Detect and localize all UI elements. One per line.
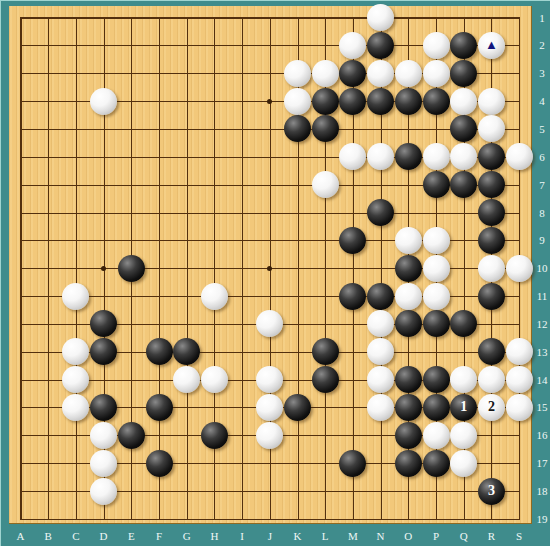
white-stone-Q4 xyxy=(450,88,477,115)
white-stone-P2 xyxy=(423,32,450,59)
row-label-14: 14 xyxy=(533,373,550,387)
white-stone-Q17 xyxy=(450,450,477,477)
white-stone-P11 xyxy=(423,283,450,310)
black-stone-L13 xyxy=(312,338,339,365)
black-stone-O12 xyxy=(395,310,422,337)
black-stone-R13 xyxy=(478,338,505,365)
column-label-Q: Q xyxy=(455,529,473,543)
row-label-12: 12 xyxy=(533,317,550,331)
black-stone-H16 xyxy=(201,422,228,449)
white-stone-R10 xyxy=(478,255,505,282)
column-label-A: A xyxy=(12,529,30,543)
black-stone-R18 xyxy=(478,478,505,505)
column-label-I: I xyxy=(233,529,251,543)
row-label-2: 2 xyxy=(533,38,550,52)
black-stone-O15 xyxy=(395,394,422,421)
black-stone-K15 xyxy=(284,394,311,421)
black-stone-P17 xyxy=(423,450,450,477)
row-label-1: 1 xyxy=(533,11,550,25)
goban: ▲123 xyxy=(9,6,532,524)
column-label-M: M xyxy=(344,529,362,543)
white-stone-D18 xyxy=(90,478,117,505)
column-label-P: P xyxy=(427,529,445,543)
black-stone-N2 xyxy=(367,32,394,59)
column-label-S: S xyxy=(510,529,528,543)
black-stone-D15 xyxy=(90,394,117,421)
row-label-6: 6 xyxy=(533,150,550,164)
black-stone-R11 xyxy=(478,283,505,310)
black-stone-Q3 xyxy=(450,60,477,87)
row-label-18: 18 xyxy=(533,484,550,498)
star-point xyxy=(101,266,106,271)
black-stone-M3 xyxy=(339,60,366,87)
white-stone-R15 xyxy=(478,394,505,421)
column-label-H: H xyxy=(205,529,223,543)
white-stone-J15 xyxy=(256,394,283,421)
white-stone-J16 xyxy=(256,422,283,449)
column-label-J: J xyxy=(261,529,279,543)
white-stone-O9 xyxy=(395,227,422,254)
black-stone-N11 xyxy=(367,283,394,310)
black-stone-Q15 xyxy=(450,394,477,421)
column-label-O: O xyxy=(399,529,417,543)
row-label-9: 9 xyxy=(533,233,550,247)
column-label-F: F xyxy=(150,529,168,543)
white-stone-R4 xyxy=(478,88,505,115)
row-label-4: 4 xyxy=(533,94,550,108)
white-stone-N1 xyxy=(367,4,394,31)
black-stone-O4 xyxy=(395,88,422,115)
go-diagram-window: ▲123 ABCDEFGHIJKLMNOPQRS 123456789101112… xyxy=(0,0,550,546)
black-stone-R7 xyxy=(478,171,505,198)
column-label-C: C xyxy=(67,529,85,543)
column-label-N: N xyxy=(372,529,390,543)
row-label-15: 15 xyxy=(533,400,550,414)
white-stone-L7 xyxy=(312,171,339,198)
row-label-11: 11 xyxy=(533,289,550,303)
black-stone-O16 xyxy=(395,422,422,449)
white-stone-R14 xyxy=(478,366,505,393)
black-stone-F13 xyxy=(146,338,173,365)
row-label-5: 5 xyxy=(533,122,550,136)
row-label-17: 17 xyxy=(533,456,550,470)
black-stone-P12 xyxy=(423,310,450,337)
white-stone-D16 xyxy=(90,422,117,449)
black-stone-P7 xyxy=(423,171,450,198)
black-stone-M11 xyxy=(339,283,366,310)
row-label-3: 3 xyxy=(533,66,550,80)
white-stone-N14 xyxy=(367,366,394,393)
black-stone-O14 xyxy=(395,366,422,393)
white-stone-S10 xyxy=(506,255,533,282)
white-stone-N15 xyxy=(367,394,394,421)
star-point xyxy=(267,266,272,271)
black-stone-E10 xyxy=(118,255,145,282)
black-stone-O6 xyxy=(395,143,422,170)
black-stone-M4 xyxy=(339,88,366,115)
black-stone-L4 xyxy=(312,88,339,115)
white-stone-S15 xyxy=(506,394,533,421)
black-stone-P15 xyxy=(423,394,450,421)
black-stone-F15 xyxy=(146,394,173,421)
white-stone-D17 xyxy=(90,450,117,477)
row-label-10: 10 xyxy=(533,261,550,275)
column-label-R: R xyxy=(482,529,500,543)
black-stone-R8 xyxy=(478,199,505,226)
black-stone-Q2 xyxy=(450,32,477,59)
white-stone-C11 xyxy=(62,283,89,310)
row-label-7: 7 xyxy=(533,178,550,192)
white-stone-H11 xyxy=(201,283,228,310)
black-stone-R9 xyxy=(478,227,505,254)
white-stone-P16 xyxy=(423,422,450,449)
row-label-16: 16 xyxy=(533,428,550,442)
black-stone-L5 xyxy=(312,115,339,142)
column-label-K: K xyxy=(289,529,307,543)
white-stone-P9 xyxy=(423,227,450,254)
row-label-19: 19 xyxy=(533,512,550,526)
star-point xyxy=(267,99,272,104)
column-label-L: L xyxy=(316,529,334,543)
white-stone-H14 xyxy=(201,366,228,393)
white-stone-R2 xyxy=(478,32,505,59)
black-stone-O10 xyxy=(395,255,422,282)
black-stone-P14 xyxy=(423,366,450,393)
black-stone-M9 xyxy=(339,227,366,254)
white-stone-P10 xyxy=(423,255,450,282)
black-stone-R6 xyxy=(478,143,505,170)
black-stone-N4 xyxy=(367,88,394,115)
black-stone-F17 xyxy=(146,450,173,477)
black-stone-M17 xyxy=(339,450,366,477)
black-stone-O17 xyxy=(395,450,422,477)
white-stone-K4 xyxy=(284,88,311,115)
black-stone-L14 xyxy=(312,366,339,393)
black-stone-E16 xyxy=(118,422,145,449)
white-stone-P3 xyxy=(423,60,450,87)
black-stone-P4 xyxy=(423,88,450,115)
white-stone-D4 xyxy=(90,88,117,115)
white-stone-K3 xyxy=(284,60,311,87)
white-stone-S14 xyxy=(506,366,533,393)
white-stone-S13 xyxy=(506,338,533,365)
white-stone-O11 xyxy=(395,283,422,310)
white-stone-P6 xyxy=(423,143,450,170)
column-label-G: G xyxy=(178,529,196,543)
white-stone-S6 xyxy=(506,143,533,170)
white-stone-L3 xyxy=(312,60,339,87)
column-label-E: E xyxy=(122,529,140,543)
white-stone-Q16 xyxy=(450,422,477,449)
row-label-8: 8 xyxy=(533,206,550,220)
white-stone-N3 xyxy=(367,60,394,87)
white-stone-O3 xyxy=(395,60,422,87)
column-label-D: D xyxy=(95,529,113,543)
column-label-B: B xyxy=(39,529,57,543)
row-label-13: 13 xyxy=(533,345,550,359)
black-stone-N8 xyxy=(367,199,394,226)
